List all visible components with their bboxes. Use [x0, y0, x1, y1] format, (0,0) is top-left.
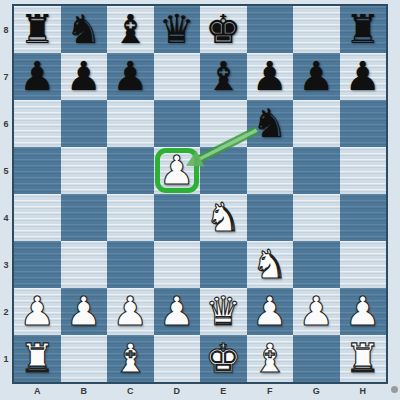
- piece-white-pawn-c2[interactable]: ♟: [112, 291, 148, 331]
- square-h7[interactable]: ♟: [340, 53, 387, 100]
- chess-board: ♜♞♝♛♚♜♟♟♟♝♟♟♟♞♟♞♞♟♟♟♟♛♟♟♟♜♝♚♝♜: [12, 4, 388, 384]
- square-g2[interactable]: ♟: [293, 288, 340, 335]
- piece-black-rook-h8[interactable]: ♜: [345, 9, 381, 49]
- piece-white-pawn-d2[interactable]: ♟: [159, 291, 195, 331]
- piece-white-bishop-f1[interactable]: ♝: [252, 338, 288, 378]
- file-label-F: F: [247, 386, 294, 396]
- piece-white-pawn-a2[interactable]: ♟: [19, 291, 55, 331]
- square-b2[interactable]: ♟: [61, 288, 108, 335]
- square-b7[interactable]: ♟: [61, 53, 108, 100]
- square-c3[interactable]: [107, 241, 154, 288]
- piece-black-knight-f6[interactable]: ♞: [252, 103, 288, 143]
- square-e1[interactable]: ♚: [200, 335, 247, 382]
- square-g1[interactable]: [293, 335, 340, 382]
- file-label-D: D: [154, 386, 201, 396]
- square-f3[interactable]: ♞: [247, 241, 294, 288]
- file-label-B: B: [61, 386, 108, 396]
- piece-white-king-e1[interactable]: ♚: [205, 338, 241, 378]
- square-a2[interactable]: ♟: [14, 288, 61, 335]
- piece-black-queen-d8[interactable]: ♛: [159, 9, 195, 49]
- square-h3[interactable]: [340, 241, 387, 288]
- square-e6[interactable]: [200, 100, 247, 147]
- square-e2[interactable]: ♛: [200, 288, 247, 335]
- piece-white-pawn-b2[interactable]: ♟: [66, 291, 102, 331]
- chess-app: 87654321 ♜♞♝♛♚♜♟♟♟♝♟♟♟♞♟♞♞♟♟♟♟♛♟♟♟♜♝♚♝♜ …: [0, 0, 400, 400]
- square-f1[interactable]: ♝: [247, 335, 294, 382]
- square-d8[interactable]: ♛: [154, 6, 201, 53]
- square-a6[interactable]: [14, 100, 61, 147]
- square-c8[interactable]: ♝: [107, 6, 154, 53]
- square-b8[interactable]: ♞: [61, 6, 108, 53]
- square-h2[interactable]: ♟: [340, 288, 387, 335]
- square-b3[interactable]: [61, 241, 108, 288]
- square-b1[interactable]: [61, 335, 108, 382]
- square-c1[interactable]: ♝: [107, 335, 154, 382]
- square-d7[interactable]: [154, 53, 201, 100]
- piece-white-pawn-g2[interactable]: ♟: [298, 291, 334, 331]
- square-e3[interactable]: [200, 241, 247, 288]
- piece-white-queen-e2[interactable]: ♛: [205, 291, 241, 331]
- piece-black-pawn-h7[interactable]: ♟: [345, 56, 381, 96]
- file-labels: ABCDEFGH: [12, 385, 388, 399]
- square-b4[interactable]: [61, 194, 108, 241]
- square-e7[interactable]: ♝: [200, 53, 247, 100]
- square-e8[interactable]: ♚: [200, 6, 247, 53]
- piece-black-pawn-c7[interactable]: ♟: [112, 56, 148, 96]
- square-g3[interactable]: [293, 241, 340, 288]
- square-b5[interactable]: [61, 147, 108, 194]
- square-f4[interactable]: [247, 194, 294, 241]
- piece-black-pawn-f7[interactable]: ♟: [252, 56, 288, 96]
- rank-label-4: 4: [0, 213, 12, 223]
- corner-dot: [391, 386, 398, 393]
- square-f7[interactable]: ♟: [247, 53, 294, 100]
- piece-black-bishop-e7[interactable]: ♝: [205, 56, 241, 96]
- piece-black-pawn-b7[interactable]: ♟: [66, 56, 102, 96]
- square-b6[interactable]: [61, 100, 108, 147]
- file-label-G: G: [293, 386, 340, 396]
- rank-label-2: 2: [0, 307, 12, 317]
- square-c2[interactable]: ♟: [107, 288, 154, 335]
- square-e5[interactable]: [200, 147, 247, 194]
- file-label-H: H: [340, 386, 387, 396]
- piece-white-bishop-c1[interactable]: ♝: [112, 338, 148, 378]
- square-a3[interactable]: [14, 241, 61, 288]
- square-c5[interactable]: [107, 147, 154, 194]
- rank-label-8: 8: [0, 25, 12, 35]
- square-g4[interactable]: [293, 194, 340, 241]
- piece-black-rook-a8[interactable]: ♜: [19, 9, 55, 49]
- square-d3[interactable]: [154, 241, 201, 288]
- square-f5[interactable]: [247, 147, 294, 194]
- piece-white-rook-a1[interactable]: ♜: [19, 338, 55, 378]
- square-h5[interactable]: [340, 147, 387, 194]
- file-label-E: E: [200, 386, 247, 396]
- rank-label-5: 5: [0, 166, 12, 176]
- square-h6[interactable]: [340, 100, 387, 147]
- square-c7[interactable]: ♟: [107, 53, 154, 100]
- square-a4[interactable]: [14, 194, 61, 241]
- square-f6[interactable]: ♞: [247, 100, 294, 147]
- rank-label-7: 7: [0, 72, 12, 82]
- rank-label-1: 1: [0, 354, 12, 364]
- square-a1[interactable]: ♜: [14, 335, 61, 382]
- square-d4[interactable]: [154, 194, 201, 241]
- square-g6[interactable]: [293, 100, 340, 147]
- square-g8[interactable]: [293, 6, 340, 53]
- piece-white-pawn-d5[interactable]: ♟: [159, 150, 195, 190]
- rank-label-3: 3: [0, 260, 12, 270]
- rank-labels: 87654321: [0, 4, 12, 384]
- square-a5[interactable]: [14, 147, 61, 194]
- piece-black-knight-b8[interactable]: ♞: [66, 9, 102, 49]
- square-d1[interactable]: [154, 335, 201, 382]
- file-label-C: C: [107, 386, 154, 396]
- square-c6[interactable]: [107, 100, 154, 147]
- piece-white-pawn-f2[interactable]: ♟: [252, 291, 288, 331]
- piece-black-pawn-g7[interactable]: ♟: [298, 56, 334, 96]
- square-a8[interactable]: ♜: [14, 6, 61, 53]
- square-h8[interactable]: ♜: [340, 6, 387, 53]
- square-f2[interactable]: ♟: [247, 288, 294, 335]
- piece-black-pawn-a7[interactable]: ♟: [19, 56, 55, 96]
- square-d6[interactable]: [154, 100, 201, 147]
- square-h4[interactable]: [340, 194, 387, 241]
- piece-white-knight-e4[interactable]: ♞: [205, 197, 241, 237]
- square-c4[interactable]: [107, 194, 154, 241]
- piece-white-pawn-h2[interactable]: ♟: [345, 291, 381, 331]
- square-g5[interactable]: [293, 147, 340, 194]
- piece-black-bishop-c8[interactable]: ♝: [112, 9, 148, 49]
- square-g7[interactable]: ♟: [293, 53, 340, 100]
- rank-label-6: 6: [0, 119, 12, 129]
- square-d5[interactable]: ♟: [154, 147, 201, 194]
- square-e4[interactable]: ♞: [200, 194, 247, 241]
- piece-black-king-e8[interactable]: ♚: [205, 9, 241, 49]
- square-h1[interactable]: ♜: [340, 335, 387, 382]
- file-label-A: A: [14, 386, 61, 396]
- piece-white-rook-h1[interactable]: ♜: [345, 338, 381, 378]
- square-a7[interactable]: ♟: [14, 53, 61, 100]
- piece-white-knight-f3[interactable]: ♞: [252, 244, 288, 284]
- square-d2[interactable]: ♟: [154, 288, 201, 335]
- square-f8[interactable]: [247, 6, 294, 53]
